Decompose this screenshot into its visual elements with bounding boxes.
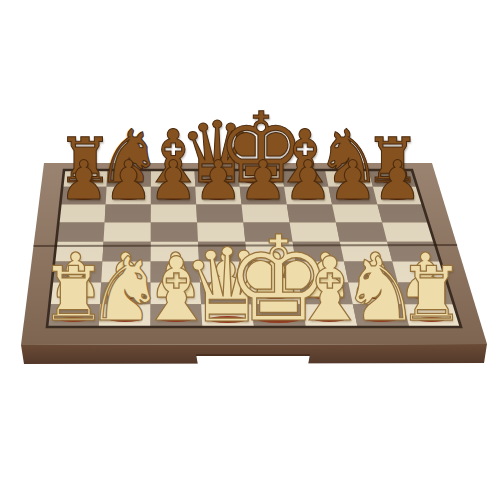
board-sheen: [47, 170, 461, 327]
chess-board: [0, 0, 500, 500]
board-notch-edge: [196, 354, 310, 356]
chess-set-photo: ♜♞♝♛♚♝♞♜♟♟♟♟♟♟♟♟♟♟♟♟♟♟♟♟♜♞♝♛♚♝♞♜: [0, 0, 500, 500]
fold-seam: [34, 245, 458, 246]
